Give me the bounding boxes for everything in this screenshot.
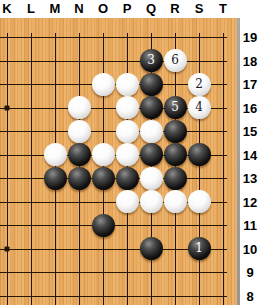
- column-coordinate-strip: KLMNOPQRST: [0, 0, 260, 18]
- black-stone-R15[interactable]: [164, 120, 187, 143]
- row-label-16: 16: [243, 100, 257, 115]
- go-board[interactable]: 362541: [0, 18, 237, 305]
- column-label-P: P: [123, 1, 132, 16]
- white-stone-N16[interactable]: [68, 96, 91, 119]
- white-stone-S17[interactable]: 2: [188, 73, 211, 96]
- black-stone-M13[interactable]: [44, 167, 67, 190]
- white-stone-M14[interactable]: [44, 143, 67, 166]
- move-number-label: 4: [195, 96, 203, 119]
- row-label-12: 12: [243, 194, 257, 209]
- move-number-label: 1: [195, 237, 203, 260]
- move-number-label: 5: [171, 96, 179, 119]
- column-label-R: R: [170, 1, 179, 16]
- white-stone-Q12[interactable]: [140, 190, 163, 213]
- row-label-14: 14: [243, 147, 257, 162]
- row-label-19: 19: [243, 30, 257, 45]
- black-stone-R16[interactable]: 5: [164, 96, 187, 119]
- white-stone-R18[interactable]: 6: [164, 49, 187, 72]
- black-stone-O11[interactable]: [92, 214, 115, 237]
- column-label-L: L: [27, 1, 35, 16]
- black-stone-S14[interactable]: [188, 143, 211, 166]
- row-coordinate-strip: 1918171615141312111098: [240, 18, 260, 305]
- row-label-11: 11: [243, 218, 257, 233]
- black-stone-R14[interactable]: [164, 143, 187, 166]
- white-stone-N15[interactable]: [68, 120, 91, 143]
- column-label-Q: Q: [146, 1, 156, 16]
- white-stone-S16[interactable]: 4: [188, 96, 211, 119]
- row-label-9: 9: [246, 265, 253, 280]
- black-stone-R13[interactable]: [164, 167, 187, 190]
- white-stone-P12[interactable]: [116, 190, 139, 213]
- white-stone-R12[interactable]: [164, 190, 187, 213]
- column-label-K: K: [2, 1, 11, 16]
- white-stone-Q13[interactable]: [140, 167, 163, 190]
- black-stone-N14[interactable]: [68, 143, 91, 166]
- white-stone-P17[interactable]: [116, 73, 139, 96]
- black-stone-P13[interactable]: [116, 167, 139, 190]
- go-board-screenshot: KLMNOPQRST 362541 1918171615141312111098: [0, 0, 260, 305]
- row-label-10: 10: [243, 241, 257, 256]
- white-stone-P16[interactable]: [116, 96, 139, 119]
- black-stone-S10[interactable]: 1: [188, 237, 211, 260]
- black-stone-N13[interactable]: [68, 167, 91, 190]
- black-stone-O13[interactable]: [92, 167, 115, 190]
- white-stone-P15[interactable]: [116, 120, 139, 143]
- column-label-T: T: [219, 1, 227, 16]
- move-number-label: 3: [147, 49, 155, 72]
- white-stone-Q15[interactable]: [140, 120, 163, 143]
- white-stone-O14[interactable]: [92, 143, 115, 166]
- white-stone-O17[interactable]: [92, 73, 115, 96]
- black-stone-Q18[interactable]: 3: [140, 49, 163, 72]
- stone-grid[interactable]: 362541: [0, 25, 235, 305]
- column-label-O: O: [98, 1, 108, 16]
- row-label-8: 8: [246, 288, 253, 303]
- move-number-label: 2: [195, 73, 203, 96]
- black-stone-Q16[interactable]: [140, 96, 163, 119]
- black-stone-Q14[interactable]: [140, 143, 163, 166]
- row-label-17: 17: [243, 77, 257, 92]
- column-label-M: M: [50, 1, 61, 16]
- white-stone-P14[interactable]: [116, 143, 139, 166]
- row-label-15: 15: [243, 124, 257, 139]
- white-stone-S12[interactable]: [188, 190, 211, 213]
- row-label-13: 13: [243, 171, 257, 186]
- move-number-label: 6: [171, 49, 179, 72]
- column-label-N: N: [74, 1, 83, 16]
- black-stone-Q10[interactable]: [140, 237, 163, 260]
- column-label-S: S: [195, 1, 204, 16]
- row-label-18: 18: [243, 53, 257, 68]
- black-stone-Q17[interactable]: [140, 73, 163, 96]
